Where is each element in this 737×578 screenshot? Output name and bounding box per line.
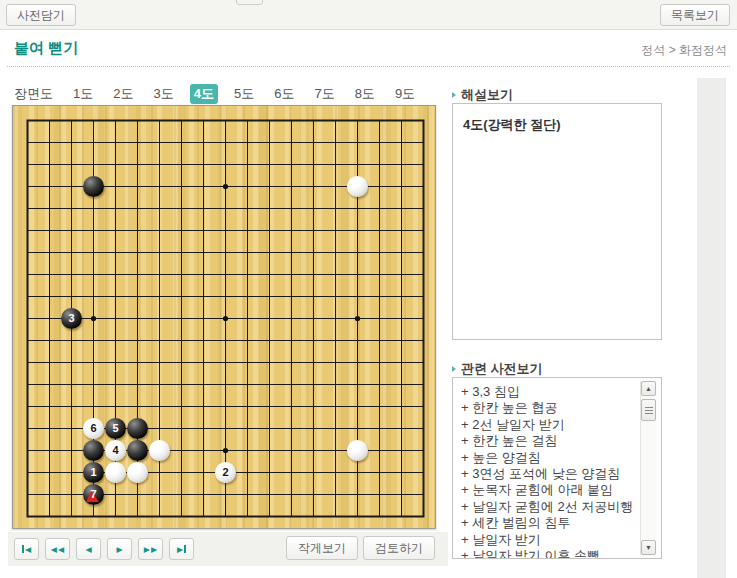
stone-black-D2-move7: 7 bbox=[83, 484, 104, 505]
stone-black-C10-move3: 3 bbox=[61, 308, 82, 329]
move-number: 7 bbox=[90, 489, 96, 500]
stone-white-E3 bbox=[105, 462, 126, 483]
nav-prev-fast-button[interactable]: ◀◀ bbox=[45, 538, 70, 560]
related-item-5[interactable]: + 높은 양걸침 bbox=[461, 450, 635, 466]
add-dictionary-button[interactable]: 사전담기 bbox=[6, 4, 76, 26]
related-item-3[interactable]: + 2선 날일자 받기 bbox=[461, 417, 635, 433]
stone-white-Q4 bbox=[347, 440, 368, 461]
bar-icon bbox=[184, 545, 186, 553]
right-edge-strip bbox=[697, 78, 726, 578]
stone-black-E5-move5: 5 bbox=[105, 418, 126, 439]
view-list-button[interactable]: 목록보기 bbox=[660, 4, 730, 26]
scrollbar[interactable]: ▲ ▼ bbox=[640, 381, 656, 555]
small-view-button[interactable]: 작게보기 bbox=[286, 536, 358, 560]
tab-6도[interactable]: 6도 bbox=[270, 84, 298, 104]
dotted-separator bbox=[7, 66, 730, 67]
stone-white-D5-move6: 6 bbox=[83, 418, 104, 439]
related-item-2[interactable]: + 한칸 높은 협공 bbox=[461, 400, 635, 416]
stone-white-Q16 bbox=[347, 176, 368, 197]
related-item-10[interactable]: + 날일자 받기 bbox=[461, 532, 635, 548]
move-nav-buttons: ◀◀◀◀▶▶▶▶ bbox=[14, 538, 194, 560]
nav-next-fast-button[interactable]: ▶▶ bbox=[138, 538, 163, 560]
bottom-nav-strip: ◀◀◀◀▶▶▶▶ 작게보기 검토하기 bbox=[8, 532, 448, 566]
related-header: 관련 사전보기 bbox=[452, 360, 543, 378]
related-dictionary-box: + 3,3 침입+ 한칸 높은 협공+ 2선 날일자 받기+ 한칸 높은 걸침+… bbox=[452, 377, 662, 559]
related-item-8[interactable]: + 날일자 굳힘에 2선 저공비행 bbox=[461, 499, 635, 515]
move-number: 1 bbox=[90, 467, 96, 478]
related-item-4[interactable]: + 한칸 높은 걸침 bbox=[461, 433, 635, 449]
move-number: 5 bbox=[112, 423, 118, 434]
related-header-label: 관련 사전보기 bbox=[461, 360, 543, 378]
scroll-up-icon[interactable]: ▲ bbox=[641, 381, 656, 396]
tab-3도[interactable]: 3도 bbox=[149, 84, 177, 104]
triangle-left-icon: ◀ bbox=[85, 545, 91, 554]
related-list: + 3,3 침입+ 한칸 높은 협공+ 2선 날일자 받기+ 한칸 높은 걸침+… bbox=[461, 384, 635, 558]
nav-last-button[interactable]: ▶ bbox=[169, 538, 194, 560]
triangle-left-icon: ◀ bbox=[25, 545, 31, 554]
commentary-box: 4도(강력한 절단) bbox=[452, 103, 662, 340]
tab-2도[interactable]: 2도 bbox=[109, 84, 137, 104]
related-item-1[interactable]: + 3,3 침입 bbox=[461, 384, 635, 400]
triangle-right-icon: ▶ bbox=[177, 545, 183, 554]
triangle-right-icon: ▶ bbox=[144, 545, 150, 554]
move-number: 6 bbox=[90, 423, 96, 434]
stone-black-D16 bbox=[83, 176, 104, 197]
bar-icon bbox=[22, 545, 24, 553]
triangle-right-icon: ▶ bbox=[151, 545, 157, 554]
stone-black-F4 bbox=[127, 440, 148, 461]
tab-장면도[interactable]: 장면도 bbox=[10, 84, 57, 104]
commentary-header: 해설보기 bbox=[452, 86, 513, 104]
scrollbar-thumb[interactable] bbox=[641, 399, 656, 421]
stone-black-D3-move1: 1 bbox=[83, 462, 104, 483]
move-number: 4 bbox=[112, 445, 118, 456]
stone-white-F3 bbox=[127, 462, 148, 483]
scrollbar-grip-icon bbox=[645, 407, 653, 414]
related-item-11[interactable]: + 날일자 받기 이후 손뺌 bbox=[461, 548, 635, 558]
stone-white-G4 bbox=[149, 440, 170, 461]
breadcrumb: 정석 > 화점정석 bbox=[641, 42, 727, 59]
scroll-down-icon[interactable]: ▼ bbox=[641, 540, 656, 555]
triangle-right-icon: ▶ bbox=[116, 545, 122, 554]
top-bar: 사전담기 목록보기 bbox=[0, 0, 737, 30]
nav-first-button[interactable]: ◀ bbox=[14, 538, 39, 560]
move-number: 3 bbox=[68, 313, 74, 324]
nav-next-button[interactable]: ▶ bbox=[107, 538, 132, 560]
action-buttons: 작게보기 검토하기 bbox=[286, 536, 435, 560]
tab-1도[interactable]: 1도 bbox=[69, 84, 97, 104]
page-title: 붙여 뻗기 bbox=[14, 39, 78, 58]
tab-4도[interactable]: 4도 bbox=[190, 84, 218, 104]
review-button[interactable]: 검토하기 bbox=[363, 536, 435, 560]
go-board[interactable]: 3654127 bbox=[12, 105, 436, 529]
triangle-left-icon: ◀ bbox=[51, 545, 57, 554]
related-item-7[interactable]: + 눈목자 굳힘에 아래 붙임 bbox=[461, 482, 635, 498]
arrow-bullet-icon bbox=[452, 92, 456, 98]
joseki-viewer-page: 사전담기 목록보기 붙여 뻗기 정석 > 화점정석 장면도1도2도3도4도5도6… bbox=[0, 0, 737, 578]
top-center-notch bbox=[236, 0, 263, 5]
stone-white-K3-move2: 2 bbox=[215, 462, 236, 483]
tab-9도[interactable]: 9도 bbox=[391, 84, 419, 104]
stone-black-D4 bbox=[83, 440, 104, 461]
tab-5도[interactable]: 5도 bbox=[230, 84, 258, 104]
triangle-left-icon: ◀ bbox=[58, 545, 64, 554]
tab-7도[interactable]: 7도 bbox=[310, 84, 338, 104]
diagram-tab-bar: 장면도1도2도3도4도5도6도7도8도9도 bbox=[10, 84, 419, 104]
nav-prev-button[interactable]: ◀ bbox=[76, 538, 101, 560]
tab-8도[interactable]: 8도 bbox=[351, 84, 379, 104]
arrow-bullet-icon bbox=[452, 366, 456, 372]
stone-white-E4-move4: 4 bbox=[105, 440, 126, 461]
move-number: 2 bbox=[222, 467, 228, 478]
related-item-6[interactable]: + 3연성 포석에 낮은 양걸침 bbox=[461, 466, 635, 482]
commentary-header-label: 해설보기 bbox=[461, 86, 513, 104]
commentary-text: 4도(강력한 절단) bbox=[463, 117, 561, 132]
related-item-9[interactable]: + 세칸 벌림의 침투 bbox=[461, 515, 635, 531]
stone-black-F5 bbox=[127, 418, 148, 439]
